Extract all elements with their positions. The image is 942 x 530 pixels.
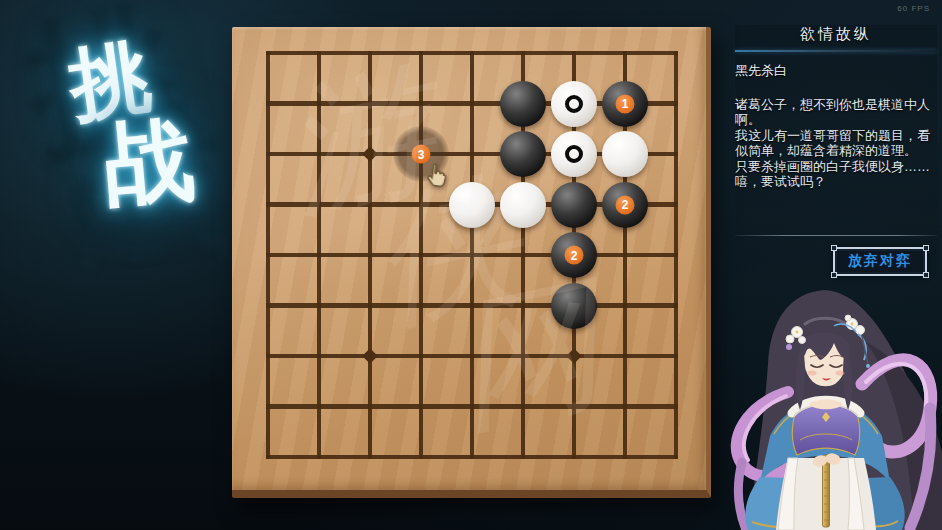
white-stone — [500, 182, 546, 228]
circle-mark — [565, 95, 583, 113]
title-underline — [735, 50, 937, 52]
npc-bodice — [792, 404, 859, 455]
challenge-shadow-glyph: 战 — [59, 70, 241, 302]
game-screen: 60 FPS 挑 战 挑 战 1223 游 侠 网 欲情故纵 黑先杀白 诸葛公子… — [0, 0, 942, 530]
puzzle-title: 欲情故纵 — [735, 25, 937, 44]
challenge-banner: 挑 战 挑 战 — [18, 0, 228, 260]
npc-blush — [836, 371, 845, 376]
fps-counter: 60 FPS — [897, 4, 930, 13]
white-stone — [551, 131, 597, 177]
dialog-panel: 欲情故纵 黑先杀白 诸葛公子，想不到你也是棋道中人啊。 我这儿有一道哥哥留下的题… — [735, 25, 937, 276]
npc-portrait — [690, 272, 942, 530]
move-number-badge: 2 — [565, 246, 584, 265]
black-stone: 2 — [602, 182, 648, 228]
npc-dialog-text: 诸葛公子，想不到你也是棋道中人啊。 我这儿有一道哥哥留下的题目，看似简单，却蕴含… — [735, 97, 937, 189]
star-point — [362, 348, 378, 364]
move-number-badge: 1 — [616, 94, 635, 113]
black-stone — [551, 283, 597, 329]
black-stone — [551, 182, 597, 228]
button-corner-ornament — [831, 245, 837, 251]
resign-button-label: 放弃对弈 — [848, 252, 912, 268]
challenge-glyph-bottom: 战 — [99, 98, 199, 227]
black-stone: 2 — [551, 232, 597, 278]
hand-cursor-icon — [420, 159, 454, 193]
challenge-glyph-top: 挑 — [63, 23, 157, 141]
star-point — [362, 146, 378, 162]
go-board[interactable]: 1223 游 侠 网 — [232, 27, 711, 498]
star-point — [566, 348, 582, 364]
white-stone — [551, 81, 597, 127]
panel-divider — [735, 235, 937, 236]
npc-blush — [808, 371, 817, 376]
puzzle-objective: 黑先杀白 — [735, 62, 937, 80]
button-corner-ornament — [923, 245, 929, 251]
black-stone — [500, 81, 546, 127]
board-grid[interactable]: 1223 — [266, 51, 678, 459]
challenge-shadow-glyph: 挑 — [12, 0, 195, 195]
white-stone — [449, 182, 495, 228]
circle-mark — [565, 145, 583, 163]
move-number-badge: 2 — [616, 195, 635, 214]
black-stone: 1 — [602, 81, 648, 127]
white-stone — [602, 131, 648, 177]
npc-fan — [823, 455, 830, 527]
black-stone — [500, 131, 546, 177]
